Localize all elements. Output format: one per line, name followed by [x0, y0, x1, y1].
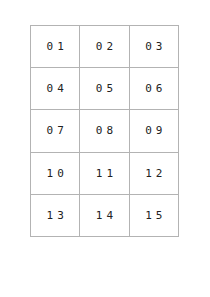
card-cell: 10 [31, 153, 80, 195]
card-cell: 01 [31, 26, 80, 68]
card-cell: 02 [80, 26, 129, 68]
card-cell: 04 [31, 68, 80, 110]
card-cell: 12 [130, 153, 179, 195]
card-cell: 11 [80, 153, 129, 195]
card-cell: 15 [130, 195, 179, 237]
card-cell: 09 [130, 110, 179, 152]
card-cell: 07 [31, 110, 80, 152]
card-cell: 06 [130, 68, 179, 110]
number-card-grid: 010203040506070809101112131415 [30, 25, 179, 237]
card-cell: 05 [80, 68, 129, 110]
card-cell: 03 [130, 26, 179, 68]
card-cell: 08 [80, 110, 129, 152]
printable-sheet: 010203040506070809101112131415 [0, 0, 210, 297]
card-cell: 14 [80, 195, 129, 237]
card-cell: 13 [31, 195, 80, 237]
